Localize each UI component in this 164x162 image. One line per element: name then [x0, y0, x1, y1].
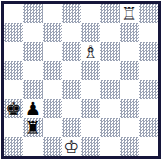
square-d4[interactable] — [62, 80, 81, 99]
square-d3[interactable] — [62, 99, 81, 118]
square-g4[interactable] — [120, 80, 139, 99]
square-d8[interactable] — [62, 4, 81, 23]
square-d7[interactable] — [62, 23, 81, 42]
square-f7[interactable] — [100, 23, 119, 42]
square-a2[interactable] — [4, 118, 23, 137]
square-b4[interactable] — [23, 80, 42, 99]
square-b5[interactable] — [23, 61, 42, 80]
square-c1[interactable] — [43, 137, 62, 156]
black-rook[interactable]: ♜ — [23, 118, 42, 137]
black-king[interactable]: ♚ — [4, 99, 23, 118]
square-g8[interactable]: ♖ — [120, 4, 139, 23]
square-d5[interactable] — [62, 61, 81, 80]
square-d2[interactable] — [62, 118, 81, 137]
square-g7[interactable] — [120, 23, 139, 42]
square-h5[interactable] — [139, 61, 158, 80]
square-g2[interactable] — [120, 118, 139, 137]
square-c2[interactable] — [43, 118, 62, 137]
chess-diagram-page: ♖♗♚♟♜♔ — [0, 0, 164, 162]
square-b8[interactable] — [23, 4, 42, 23]
square-f5[interactable] — [100, 61, 119, 80]
square-f6[interactable] — [100, 42, 119, 61]
square-h3[interactable] — [139, 99, 158, 118]
square-c5[interactable] — [43, 61, 62, 80]
square-c4[interactable] — [43, 80, 62, 99]
square-g6[interactable] — [120, 42, 139, 61]
square-g3[interactable] — [120, 99, 139, 118]
square-a3[interactable]: ♚ — [4, 99, 23, 118]
chess-board: ♖♗♚♟♜♔ — [1, 1, 161, 159]
white-bishop[interactable]: ♗ — [81, 42, 100, 61]
square-h8[interactable] — [139, 4, 158, 23]
square-b1[interactable] — [23, 137, 42, 156]
square-c3[interactable] — [43, 99, 62, 118]
square-c6[interactable] — [43, 42, 62, 61]
square-c7[interactable] — [43, 23, 62, 42]
white-rook[interactable]: ♖ — [120, 4, 139, 23]
square-a1[interactable] — [4, 137, 23, 156]
square-b3[interactable]: ♟ — [23, 99, 42, 118]
square-f1[interactable] — [100, 137, 119, 156]
square-a8[interactable] — [4, 4, 23, 23]
square-e4[interactable] — [81, 80, 100, 99]
square-d6[interactable] — [62, 42, 81, 61]
square-b6[interactable] — [23, 42, 42, 61]
square-d1[interactable]: ♔ — [62, 137, 81, 156]
square-a7[interactable] — [4, 23, 23, 42]
square-h2[interactable] — [139, 118, 158, 137]
square-h6[interactable] — [139, 42, 158, 61]
square-e2[interactable] — [81, 118, 100, 137]
square-f8[interactable] — [100, 4, 119, 23]
square-b7[interactable] — [23, 23, 42, 42]
square-g5[interactable] — [120, 61, 139, 80]
square-e7[interactable] — [81, 23, 100, 42]
square-b2[interactable]: ♜ — [23, 118, 42, 137]
square-e6[interactable]: ♗ — [81, 42, 100, 61]
square-c8[interactable] — [43, 4, 62, 23]
square-a4[interactable] — [4, 80, 23, 99]
square-h4[interactable] — [139, 80, 158, 99]
square-f2[interactable] — [100, 118, 119, 137]
square-e1[interactable] — [81, 137, 100, 156]
square-h7[interactable] — [139, 23, 158, 42]
square-f3[interactable] — [100, 99, 119, 118]
square-h1[interactable] — [139, 137, 158, 156]
square-f4[interactable] — [100, 80, 119, 99]
square-e5[interactable] — [81, 61, 100, 80]
square-a5[interactable] — [4, 61, 23, 80]
square-a6[interactable] — [4, 42, 23, 61]
white-king[interactable]: ♔ — [62, 137, 81, 156]
square-e3[interactable] — [81, 99, 100, 118]
square-e8[interactable] — [81, 4, 100, 23]
black-pawn[interactable]: ♟ — [23, 99, 42, 118]
square-g1[interactable] — [120, 137, 139, 156]
